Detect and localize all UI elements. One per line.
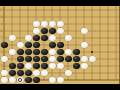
board-cell[interactable] (64, 42, 72, 49)
board-cell[interactable] (0, 70, 8, 77)
board-cell[interactable] (32, 56, 40, 63)
board-cell[interactable] (96, 63, 104, 70)
board-cell[interactable] (56, 77, 64, 84)
board-cell[interactable] (8, 42, 16, 49)
board-cell[interactable] (48, 56, 56, 63)
board-cell[interactable] (64, 7, 72, 14)
board-cell[interactable] (112, 56, 120, 63)
black-stone (25, 77, 32, 84)
board-cell[interactable] (104, 56, 112, 63)
board-cell[interactable] (8, 77, 16, 84)
white-stone (49, 49, 56, 56)
board-cell[interactable] (88, 63, 96, 70)
white-stone (89, 56, 96, 63)
black-stone (49, 28, 56, 35)
board-cell[interactable] (112, 77, 120, 84)
board-cell[interactable] (16, 49, 24, 56)
white-stone (49, 63, 56, 70)
board-cell[interactable] (112, 35, 120, 42)
board-cell[interactable] (64, 21, 72, 28)
board-cell[interactable] (16, 56, 24, 63)
board-cell[interactable] (32, 42, 40, 49)
board-cell[interactable] (16, 14, 24, 21)
board-cell[interactable] (112, 63, 120, 70)
board-cell[interactable] (32, 63, 40, 70)
white-stone (81, 28, 88, 35)
board-cell[interactable] (88, 21, 96, 28)
board-cell[interactable] (80, 77, 88, 84)
black-stone (25, 70, 32, 77)
black-stone (17, 49, 24, 56)
board-cell[interactable] (72, 70, 80, 77)
white-stone (1, 70, 8, 77)
black-stone (25, 56, 32, 63)
board-cell[interactable] (48, 63, 56, 70)
black-stone (33, 35, 40, 42)
white-stone (33, 28, 40, 35)
board-cell[interactable] (104, 35, 112, 42)
board-cell[interactable] (40, 14, 48, 21)
video-frame: 1110987654321 (0, 0, 120, 90)
board-cell[interactable] (64, 70, 72, 77)
board-cell[interactable] (112, 7, 120, 14)
board-cell[interactable] (40, 35, 48, 42)
white-stone (81, 42, 88, 49)
board-cell[interactable] (16, 63, 24, 70)
black-stone (41, 49, 48, 56)
board-cell[interactable] (32, 49, 40, 56)
board-cell[interactable] (40, 49, 48, 56)
board-cell[interactable] (0, 35, 8, 42)
board-cell[interactable] (104, 28, 112, 35)
white-stone (65, 49, 72, 56)
board-cell[interactable] (64, 63, 72, 70)
board-cell[interactable] (32, 77, 40, 84)
board-cell[interactable] (112, 14, 120, 21)
board-cell[interactable] (72, 35, 80, 42)
board-cell[interactable] (72, 42, 80, 49)
black-stone (17, 70, 24, 77)
board-cell[interactable] (32, 70, 40, 77)
board-cell[interactable] (32, 28, 40, 35)
white-stone (17, 42, 24, 49)
board-cell[interactable] (8, 56, 16, 63)
white-stone (65, 35, 72, 42)
board-cell[interactable] (0, 56, 8, 63)
board-cell[interactable] (72, 21, 80, 28)
white-stone (49, 35, 56, 42)
board-cell[interactable] (80, 63, 88, 70)
board-cell[interactable] (88, 70, 96, 77)
black-stone (41, 63, 48, 70)
board-cell[interactable] (104, 14, 112, 21)
board-cell[interactable] (96, 7, 104, 14)
board-cell[interactable] (8, 21, 16, 28)
board-cell[interactable] (56, 14, 64, 21)
board-cell[interactable] (56, 63, 64, 70)
board-cell[interactable] (0, 49, 8, 56)
board-cell[interactable] (56, 35, 64, 42)
white-stone (9, 77, 16, 84)
board-cell[interactable] (88, 14, 96, 21)
board-cell[interactable] (40, 7, 48, 14)
white-stone (25, 63, 32, 70)
board-cell[interactable] (0, 42, 8, 49)
board-cell[interactable] (72, 56, 80, 63)
board-cell[interactable] (0, 21, 8, 28)
board-cell[interactable] (88, 49, 96, 56)
board-cell[interactable] (40, 28, 48, 35)
white-stone (1, 56, 8, 63)
board-cell[interactable] (72, 14, 80, 21)
board-cell[interactable] (32, 35, 40, 42)
board-cell[interactable] (48, 49, 56, 56)
white-stone (9, 35, 16, 42)
board-cell[interactable] (56, 49, 64, 56)
black-stone (33, 56, 40, 63)
board-cell[interactable] (80, 56, 88, 63)
board-cell[interactable] (72, 7, 80, 14)
board-cell[interactable] (64, 49, 72, 56)
marked-white-stone (17, 77, 24, 84)
board-cell[interactable] (40, 70, 48, 77)
board-cell[interactable] (0, 7, 8, 14)
white-stone (49, 21, 56, 28)
board-cell[interactable] (24, 42, 32, 49)
board-cell[interactable] (24, 77, 32, 84)
board-cell[interactable] (104, 70, 112, 77)
black-stone (17, 63, 24, 70)
board-cell[interactable] (88, 7, 96, 14)
white-stone (49, 56, 56, 63)
board-cell[interactable] (48, 7, 56, 14)
board-cell[interactable] (16, 21, 24, 28)
board-cell[interactable] (96, 14, 104, 21)
stone-grid (0, 7, 120, 84)
board-cell[interactable] (0, 14, 8, 21)
board-cell[interactable] (96, 35, 104, 42)
white-stone (57, 77, 64, 84)
board-cell[interactable] (48, 77, 56, 84)
go-board[interactable]: 1110987654321 (0, 6, 120, 84)
board-cell[interactable] (88, 77, 96, 84)
black-stone (41, 56, 48, 63)
board-cell[interactable] (24, 7, 32, 14)
white-stone (57, 63, 64, 70)
black-stone (57, 56, 64, 63)
board-cell[interactable] (16, 28, 24, 35)
board-cell[interactable] (64, 14, 72, 21)
board-cell[interactable] (16, 70, 24, 77)
board-cell[interactable] (72, 63, 80, 70)
board-cell[interactable] (80, 70, 88, 77)
black-stone (73, 49, 80, 56)
board-cell[interactable] (56, 70, 64, 77)
board-cell[interactable] (24, 14, 32, 21)
board-cell[interactable] (8, 28, 16, 35)
board-cell[interactable] (88, 28, 96, 35)
board-cell[interactable] (80, 28, 88, 35)
board-cell[interactable] (80, 7, 88, 14)
white-stone (57, 21, 64, 28)
board-cell[interactable] (96, 56, 104, 63)
board-cell[interactable] (48, 14, 56, 21)
board-cell[interactable] (96, 21, 104, 28)
white-stone (9, 49, 16, 56)
board-cell[interactable] (96, 28, 104, 35)
board-cell[interactable] (88, 35, 96, 42)
board-cell[interactable] (96, 42, 104, 49)
board-cell[interactable] (24, 70, 32, 77)
black-stone (33, 42, 40, 49)
white-stone (33, 70, 40, 77)
board-cell[interactable] (40, 77, 48, 84)
black-stone (73, 63, 80, 70)
board-cell[interactable] (112, 28, 120, 35)
board-cell[interactable] (104, 49, 112, 56)
board-cell[interactable] (112, 49, 120, 56)
board-cell[interactable] (80, 42, 88, 49)
board-cell[interactable] (16, 7, 24, 14)
board-cell[interactable] (56, 42, 64, 49)
black-stone (33, 49, 40, 56)
black-stone (25, 49, 32, 56)
board-cell[interactable] (96, 49, 104, 56)
board-cell[interactable] (64, 28, 72, 35)
black-stone (73, 56, 80, 63)
board-cell[interactable] (8, 7, 16, 14)
board-cell[interactable] (88, 56, 96, 63)
board-cell[interactable] (8, 70, 16, 77)
black-stone (57, 42, 64, 49)
white-stone (65, 70, 72, 77)
black-stone (9, 70, 16, 77)
board-cell[interactable] (112, 21, 120, 28)
black-stone (25, 42, 32, 49)
board-cell[interactable] (72, 49, 80, 56)
white-stone (25, 35, 32, 42)
board-cell[interactable] (56, 7, 64, 14)
black-stone (9, 63, 16, 70)
board-cell[interactable] (16, 35, 24, 42)
white-stone (41, 21, 48, 28)
board-cell[interactable] (88, 42, 96, 49)
board-cell[interactable] (32, 14, 40, 21)
board-cell[interactable] (96, 77, 104, 84)
black-stone (1, 42, 8, 49)
board-cell[interactable] (40, 63, 48, 70)
board-cell[interactable] (96, 70, 104, 77)
board-cell[interactable] (24, 28, 32, 35)
board-cell[interactable] (56, 21, 64, 28)
black-stone (57, 49, 64, 56)
board-cell[interactable] (56, 56, 64, 63)
board-cell[interactable] (24, 63, 32, 70)
white-stone (41, 70, 48, 77)
white-stone (81, 63, 88, 70)
board-cell[interactable] (16, 42, 24, 49)
board-cell[interactable] (112, 42, 120, 49)
board-cell[interactable] (40, 42, 48, 49)
board-cell[interactable] (104, 77, 112, 84)
board-cell[interactable] (80, 35, 88, 42)
board-cell[interactable] (8, 14, 16, 21)
board-cell[interactable] (104, 63, 112, 70)
circle-marker-icon (18, 78, 22, 82)
board-cell[interactable] (80, 14, 88, 21)
board-cell[interactable] (80, 49, 88, 56)
black-stone (65, 56, 72, 63)
board-cell[interactable] (104, 42, 112, 49)
white-stone (81, 56, 88, 63)
board-cell[interactable] (0, 63, 8, 70)
board-cell[interactable] (80, 21, 88, 28)
black-stone (33, 63, 40, 70)
board-cell[interactable] (24, 21, 32, 28)
board-cell[interactable] (48, 35, 56, 42)
white-stone (57, 28, 64, 35)
board-cell[interactable] (56, 28, 64, 35)
board-cell[interactable] (104, 21, 112, 28)
black-stone (17, 56, 24, 63)
board-cell[interactable] (16, 77, 24, 84)
board-cell[interactable] (48, 42, 56, 49)
board-cell[interactable] (24, 35, 32, 42)
board-cell[interactable] (0, 77, 8, 84)
black-stone (49, 42, 56, 49)
board-cell[interactable] (48, 21, 56, 28)
board-cell[interactable] (8, 49, 16, 56)
board-cell[interactable] (24, 49, 32, 56)
board-cell[interactable] (64, 77, 72, 84)
white-stone (49, 77, 56, 84)
board-cell[interactable] (40, 56, 48, 63)
black-stone (41, 35, 48, 42)
board-cell[interactable] (64, 35, 72, 42)
board-cell[interactable] (24, 56, 32, 63)
white-stone (1, 77, 8, 84)
board-cell[interactable] (8, 35, 16, 42)
board-cell[interactable] (0, 28, 8, 35)
letterbox-bottom (0, 84, 120, 90)
board-cell[interactable] (112, 70, 120, 77)
black-stone (41, 28, 48, 35)
board-cell[interactable] (32, 7, 40, 14)
board-cell[interactable] (8, 63, 16, 70)
board-cell[interactable] (104, 7, 112, 14)
black-stone (33, 77, 40, 84)
board-cell[interactable] (64, 56, 72, 63)
white-stone (33, 21, 40, 28)
board-cell[interactable] (48, 70, 56, 77)
board-cell[interactable] (48, 28, 56, 35)
board-cell[interactable] (72, 28, 80, 35)
board-cell[interactable] (32, 21, 40, 28)
board-cell[interactable] (72, 77, 80, 84)
board-cell[interactable] (40, 21, 48, 28)
